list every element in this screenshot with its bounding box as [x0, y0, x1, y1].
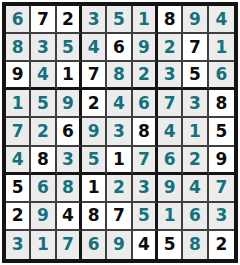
sudoku-board: 6723518948354692719417823561592467387269…	[2, 2, 238, 263]
sudoku-cell-r9c6[interactable]: 4	[133, 231, 158, 259]
sudoku-cell-r3c4[interactable]: 7	[82, 62, 107, 90]
sudoku-cell-r8c5[interactable]: 7	[107, 203, 132, 231]
sudoku-cell-r5c4[interactable]: 9	[82, 118, 107, 146]
sudoku-cell-r1c1[interactable]: 6	[6, 6, 31, 34]
sudoku-cell-r4c2[interactable]: 5	[31, 90, 56, 118]
sudoku-cell-r6c3[interactable]: 3	[57, 147, 82, 175]
sudoku-cell-r1c9[interactable]: 4	[209, 6, 234, 34]
sudoku-cell-r9c7[interactable]: 5	[158, 231, 183, 259]
sudoku-cell-r2c7[interactable]: 2	[158, 34, 183, 62]
sudoku-cell-r1c3[interactable]: 2	[57, 6, 82, 34]
sudoku-cell-r5c5[interactable]: 3	[107, 118, 132, 146]
sudoku-cell-r4c6[interactable]: 6	[133, 90, 158, 118]
sudoku-cell-r8c4[interactable]: 8	[82, 203, 107, 231]
sudoku-cell-r8c8[interactable]: 6	[183, 203, 208, 231]
sudoku-cell-r6c5[interactable]: 1	[107, 147, 132, 175]
sudoku-cell-r3c1[interactable]: 9	[6, 62, 31, 90]
sudoku-cell-r4c3[interactable]: 9	[57, 90, 82, 118]
sudoku-cell-r6c2[interactable]: 8	[31, 147, 56, 175]
sudoku-cell-r6c9[interactable]: 9	[209, 147, 234, 175]
sudoku-cell-r1c8[interactable]: 9	[183, 6, 208, 34]
sudoku-cell-r3c2[interactable]: 4	[31, 62, 56, 90]
sudoku-cell-r1c7[interactable]: 8	[158, 6, 183, 34]
sudoku-cell-r9c4[interactable]: 6	[82, 231, 107, 259]
sudoku-cell-r2c2[interactable]: 3	[31, 34, 56, 62]
sudoku-cell-r2c4[interactable]: 4	[82, 34, 107, 62]
sudoku-cell-r9c3[interactable]: 7	[57, 231, 82, 259]
sudoku-cell-r6c8[interactable]: 2	[183, 147, 208, 175]
sudoku-cell-r7c4[interactable]: 1	[82, 175, 107, 203]
sudoku-cell-r2c1[interactable]: 8	[6, 34, 31, 62]
sudoku-cell-r5c7[interactable]: 4	[158, 118, 183, 146]
sudoku-cell-r7c1[interactable]: 5	[6, 175, 31, 203]
sudoku-cell-r7c5[interactable]: 2	[107, 175, 132, 203]
sudoku-cell-r5c1[interactable]: 7	[6, 118, 31, 146]
sudoku-cell-r6c7[interactable]: 6	[158, 147, 183, 175]
sudoku-cell-r1c4[interactable]: 3	[82, 6, 107, 34]
sudoku-cell-r3c6[interactable]: 2	[133, 62, 158, 90]
sudoku-cell-r5c6[interactable]: 8	[133, 118, 158, 146]
sudoku-cell-r9c8[interactable]: 8	[183, 231, 208, 259]
sudoku-cell-r3c9[interactable]: 6	[209, 62, 234, 90]
sudoku-cell-r8c9[interactable]: 3	[209, 203, 234, 231]
sudoku-cell-r4c9[interactable]: 8	[209, 90, 234, 118]
sudoku-cell-r6c6[interactable]: 7	[133, 147, 158, 175]
sudoku-cell-r8c2[interactable]: 9	[31, 203, 56, 231]
sudoku-cell-r1c5[interactable]: 5	[107, 6, 132, 34]
sudoku-cell-r8c3[interactable]: 4	[57, 203, 82, 231]
sudoku-cell-r9c9[interactable]: 2	[209, 231, 234, 259]
sudoku-cell-r7c7[interactable]: 9	[158, 175, 183, 203]
sudoku-cell-r9c2[interactable]: 1	[31, 231, 56, 259]
sudoku-cell-r7c2[interactable]: 6	[31, 175, 56, 203]
sudoku-cell-r2c9[interactable]: 1	[209, 34, 234, 62]
sudoku-cell-r3c5[interactable]: 8	[107, 62, 132, 90]
sudoku-cell-r8c7[interactable]: 1	[158, 203, 183, 231]
sudoku-cell-r7c9[interactable]: 7	[209, 175, 234, 203]
sudoku-cell-r3c8[interactable]: 5	[183, 62, 208, 90]
sudoku-cell-r2c3[interactable]: 5	[57, 34, 82, 62]
sudoku-cell-r2c6[interactable]: 9	[133, 34, 158, 62]
sudoku-cell-r3c7[interactable]: 3	[158, 62, 183, 90]
sudoku-cell-r4c1[interactable]: 1	[6, 90, 31, 118]
page: 6723518948354692719417823561592467387269…	[0, 0, 240, 265]
sudoku-cell-r7c8[interactable]: 4	[183, 175, 208, 203]
sudoku-cell-r3c3[interactable]: 1	[57, 62, 82, 90]
sudoku-cell-r1c2[interactable]: 7	[31, 6, 56, 34]
sudoku-cell-r4c8[interactable]: 3	[183, 90, 208, 118]
sudoku-cell-r7c6[interactable]: 3	[133, 175, 158, 203]
sudoku-cell-r9c1[interactable]: 3	[6, 231, 31, 259]
sudoku-cell-r4c4[interactable]: 2	[82, 90, 107, 118]
sudoku-cell-r5c2[interactable]: 2	[31, 118, 56, 146]
sudoku-cell-r2c8[interactable]: 7	[183, 34, 208, 62]
sudoku-cell-r4c5[interactable]: 4	[107, 90, 132, 118]
sudoku-cell-r5c3[interactable]: 6	[57, 118, 82, 146]
sudoku-cell-r6c1[interactable]: 4	[6, 147, 31, 175]
sudoku-cell-r4c7[interactable]: 7	[158, 90, 183, 118]
sudoku-cell-r8c1[interactable]: 2	[6, 203, 31, 231]
sudoku-cell-r7c3[interactable]: 8	[57, 175, 82, 203]
sudoku-cell-r2c5[interactable]: 6	[107, 34, 132, 62]
sudoku-cell-r8c6[interactable]: 5	[133, 203, 158, 231]
sudoku-cell-r5c9[interactable]: 5	[209, 118, 234, 146]
sudoku-cell-r1c6[interactable]: 1	[133, 6, 158, 34]
sudoku-cell-r5c8[interactable]: 1	[183, 118, 208, 146]
sudoku-cell-r6c4[interactable]: 5	[82, 147, 107, 175]
sudoku-cell-r9c5[interactable]: 9	[107, 231, 132, 259]
